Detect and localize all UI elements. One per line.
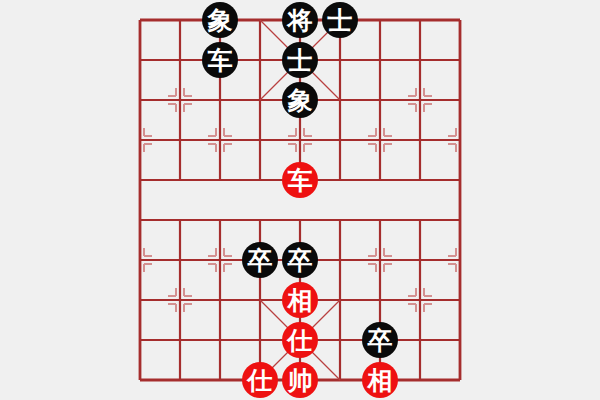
- red-advisor[interactable]: 仕: [242, 362, 278, 398]
- black-soldier[interactable]: 卒: [362, 322, 398, 358]
- black-elephant[interactable]: 象: [282, 82, 318, 118]
- xiangqi-app: 象将士车士象卒卒卒车相仕仕帅相: [0, 0, 600, 400]
- black-advisor[interactable]: 士: [282, 42, 318, 78]
- red-elephant[interactable]: 相: [282, 282, 318, 318]
- black-elephant[interactable]: 象: [202, 2, 238, 38]
- red-general[interactable]: 帅: [282, 362, 318, 398]
- red-advisor[interactable]: 仕: [282, 322, 318, 358]
- black-general[interactable]: 将: [282, 2, 318, 38]
- red-chariot[interactable]: 车: [282, 162, 318, 198]
- black-soldier[interactable]: 卒: [242, 242, 278, 278]
- black-chariot[interactable]: 车: [202, 42, 238, 78]
- black-advisor[interactable]: 士: [322, 2, 358, 38]
- black-soldier[interactable]: 卒: [282, 242, 318, 278]
- red-elephant[interactable]: 相: [362, 362, 398, 398]
